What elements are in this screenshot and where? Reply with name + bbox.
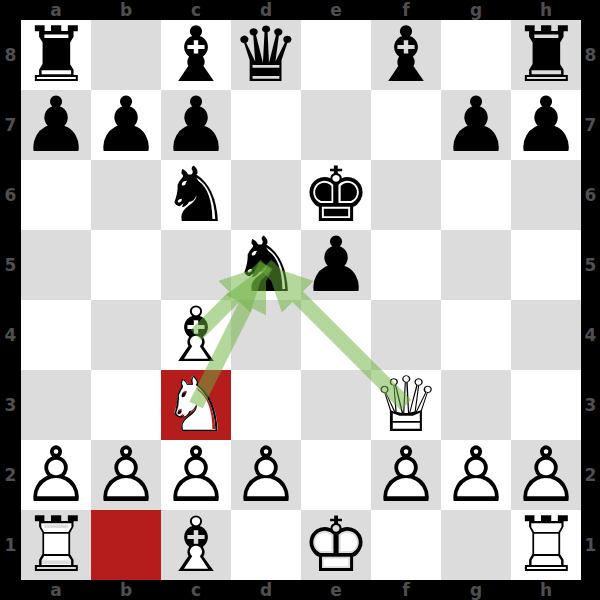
file-label-top-b: b	[91, 0, 161, 20]
piece-black-pawn[interactable]: ♟	[511, 90, 581, 160]
square-a7[interactable]: ♟	[21, 90, 91, 160]
square-f5[interactable]	[371, 230, 441, 300]
rank-label-left-2: 2	[0, 440, 21, 510]
square-f7[interactable]	[371, 90, 441, 160]
rank-label-right-6: 6	[581, 160, 600, 230]
square-a5[interactable]	[21, 230, 91, 300]
square-g4[interactable]	[441, 300, 511, 370]
square-e4[interactable]	[301, 300, 371, 370]
square-h1[interactable]: ♜♖	[511, 510, 581, 580]
piece-white-king[interactable]: ♚♔	[301, 510, 371, 580]
square-e3[interactable]	[301, 370, 371, 440]
piece-black-pawn[interactable]: ♟	[301, 230, 371, 300]
file-labels-bottom: abcdefgh	[21, 580, 581, 600]
square-d2[interactable]: ♟♙	[231, 440, 301, 510]
rank-label-right-5: 5	[581, 230, 600, 300]
piece-black-pawn[interactable]: ♟	[91, 90, 161, 160]
square-g5[interactable]	[441, 230, 511, 300]
piece-white-rook[interactable]: ♜♖	[511, 510, 581, 580]
square-e8[interactable]	[301, 20, 371, 90]
square-f8[interactable]: ♝	[371, 20, 441, 90]
piece-outline: ♖	[21, 510, 91, 580]
rank-label-left-8: 8	[0, 20, 21, 90]
piece-outline: ♙	[231, 440, 301, 510]
square-c6[interactable]: ♞	[161, 160, 231, 230]
file-label-top-e: e	[301, 0, 371, 20]
square-h4[interactable]	[511, 300, 581, 370]
square-g6[interactable]	[441, 160, 511, 230]
file-label-bottom-d: d	[231, 580, 301, 600]
square-d5[interactable]: ♞	[231, 230, 301, 300]
rank-label-left-6: 6	[0, 160, 21, 230]
square-h7[interactable]: ♟	[511, 90, 581, 160]
piece-black-queen[interactable]: ♛	[231, 20, 301, 90]
rank-labels-left: 87654321	[0, 20, 21, 580]
square-f6[interactable]	[371, 160, 441, 230]
rank-label-right-7: 7	[581, 90, 600, 160]
piece-outline: ♙	[91, 440, 161, 510]
square-b4[interactable]	[91, 300, 161, 370]
square-c1[interactable]: ♝♗	[161, 510, 231, 580]
square-a6[interactable]	[21, 160, 91, 230]
square-e1[interactable]: ♚♔	[301, 510, 371, 580]
rank-label-right-3: 3	[581, 370, 600, 440]
square-g2[interactable]: ♟♙	[441, 440, 511, 510]
square-d7[interactable]	[231, 90, 301, 160]
square-b1[interactable]	[91, 510, 161, 580]
rank-label-left-3: 3	[0, 370, 21, 440]
rank-label-right-1: 1	[581, 510, 600, 580]
piece-outline: ♙	[371, 440, 441, 510]
square-a1[interactable]: ♜♖	[21, 510, 91, 580]
piece-black-knight[interactable]: ♞	[231, 230, 301, 300]
square-b7[interactable]: ♟	[91, 90, 161, 160]
square-g7[interactable]: ♟	[441, 90, 511, 160]
file-labels-top: abcdefgh	[21, 0, 581, 20]
piece-white-bishop[interactable]: ♝♗	[161, 510, 231, 580]
square-d4[interactable]	[231, 300, 301, 370]
square-f2[interactable]: ♟♙	[371, 440, 441, 510]
square-e5[interactable]: ♟	[301, 230, 371, 300]
piece-white-pawn[interactable]: ♟♙	[91, 440, 161, 510]
rank-label-right-8: 8	[581, 20, 600, 90]
rank-label-right-4: 4	[581, 300, 600, 370]
piece-outline: ♔	[301, 510, 371, 580]
chess-app: abcdefgh abcdefgh 87654321 87654321 ♜♝♛♝…	[0, 0, 600, 600]
rank-label-left-5: 5	[0, 230, 21, 300]
rank-label-left-7: 7	[0, 90, 21, 160]
square-f1[interactable]	[371, 510, 441, 580]
square-b6[interactable]	[91, 160, 161, 230]
piece-white-rook[interactable]: ♜♖	[21, 510, 91, 580]
rank-labels-right: 87654321	[581, 20, 600, 580]
square-h6[interactable]	[511, 160, 581, 230]
chess-board[interactable]: ♜♝♛♝♜♟♟♟♟♟♞♚♞♟♝♗♞♘♛♕♟♙♟♙♟♙♟♙♟♙♟♙♟♙♜♖♝♗♚♔…	[21, 20, 581, 580]
piece-outline: ♙	[441, 440, 511, 510]
piece-outline: ♗	[161, 510, 231, 580]
piece-white-pawn[interactable]: ♟♙	[441, 440, 511, 510]
square-a4[interactable]	[21, 300, 91, 370]
piece-black-pawn[interactable]: ♟	[21, 90, 91, 160]
piece-black-pawn[interactable]: ♟	[441, 90, 511, 160]
piece-white-pawn[interactable]: ♟♙	[371, 440, 441, 510]
piece-black-bishop[interactable]: ♝	[371, 20, 441, 90]
piece-black-knight[interactable]: ♞	[161, 160, 231, 230]
rank-label-left-4: 4	[0, 300, 21, 370]
square-b5[interactable]	[91, 230, 161, 300]
square-g1[interactable]	[441, 510, 511, 580]
square-h5[interactable]	[511, 230, 581, 300]
rank-label-left-1: 1	[0, 510, 21, 580]
rank-label-right-2: 2	[581, 440, 600, 510]
file-label-bottom-f: f	[371, 580, 441, 600]
file-label-bottom-g: g	[441, 580, 511, 600]
piece-white-pawn[interactable]: ♟♙	[231, 440, 301, 510]
file-label-bottom-b: b	[91, 580, 161, 600]
piece-outline: ♖	[511, 510, 581, 580]
square-d1[interactable]	[231, 510, 301, 580]
square-b2[interactable]: ♟♙	[91, 440, 161, 510]
file-label-top-g: g	[441, 0, 511, 20]
square-d8[interactable]: ♛	[231, 20, 301, 90]
